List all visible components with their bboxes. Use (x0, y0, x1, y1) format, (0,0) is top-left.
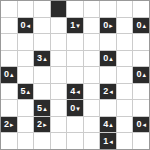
clue-number: 0 (4, 70, 9, 79)
cell-r7c7[interactable] (117, 117, 133, 133)
clue-arrow-u-icon: ▴ (142, 71, 146, 78)
clue-number: 0 (136, 21, 141, 30)
cell-r2c6[interactable] (100, 34, 116, 50)
clue-number: 5 (37, 104, 42, 113)
cell-r5c0[interactable] (1, 84, 17, 100)
cell-r8c0[interactable] (1, 133, 17, 149)
cell-r0c7[interactable] (117, 1, 133, 17)
cell-r0c8[interactable] (133, 1, 149, 17)
clue-number: 1 (70, 21, 75, 30)
cell-r8c4[interactable] (67, 133, 83, 149)
cell-r4c3[interactable] (51, 67, 67, 83)
clue-arrow-l-icon: ◂ (109, 88, 113, 95)
clue-number: 0 (103, 21, 108, 30)
clue-cell-r7c2: 2▸ (34, 117, 50, 133)
clue-arrow-u-icon: ▴ (43, 105, 47, 112)
cell-r3c5[interactable] (84, 51, 100, 67)
cell-r1c5[interactable] (84, 18, 100, 34)
cell-r6c5[interactable] (84, 100, 100, 116)
cell-r4c7[interactable] (117, 67, 133, 83)
cell-r6c3[interactable] (51, 100, 67, 116)
cell-r6c8[interactable] (133, 100, 149, 116)
cell-r3c7[interactable] (117, 51, 133, 67)
clue-arrow-r-icon: ▸ (10, 121, 14, 128)
cell-r0c6[interactable] (100, 1, 116, 17)
clue-arrow-u-icon: ▴ (109, 121, 113, 128)
clue-number: 1 (103, 137, 108, 146)
clue-cell-r1c4: 1▾ (67, 18, 83, 34)
clue-cell-r1c8: 0▴ (133, 18, 149, 34)
cell-r4c6[interactable] (100, 67, 116, 83)
cell-r1c7[interactable] (117, 18, 133, 34)
cell-r5c8[interactable] (133, 84, 149, 100)
cell-r3c1[interactable] (18, 51, 34, 67)
clue-number: 0 (136, 70, 141, 79)
clue-number: 4 (70, 87, 75, 96)
cell-r1c2[interactable] (34, 18, 50, 34)
clue-cell-r5c1: 5▴ (18, 84, 34, 100)
cell-r4c2[interactable] (34, 67, 50, 83)
cell-r5c7[interactable] (117, 84, 133, 100)
clue-arrow-u-icon: ▴ (142, 22, 146, 29)
clue-number: 0 (21, 21, 26, 30)
clue-number: 0 (103, 54, 108, 63)
cell-r5c5[interactable] (84, 84, 100, 100)
clue-cell-r3c6: 0▴ (100, 51, 116, 67)
cell-r7c3[interactable] (51, 117, 67, 133)
cell-r3c4[interactable] (67, 51, 83, 67)
clue-number: 0 (70, 104, 75, 113)
cell-r0c0[interactable] (1, 1, 17, 17)
clue-number: 0 (136, 120, 141, 129)
clue-number: 5 (21, 87, 26, 96)
clue-arrow-l-icon: ◂ (76, 88, 80, 95)
clue-arrow-r-icon: ▸ (43, 121, 47, 128)
clue-cell-r5c6: 2◂ (100, 84, 116, 100)
cell-r2c5[interactable] (84, 34, 100, 50)
clue-cell-r6c4: 0▾ (67, 100, 83, 116)
clue-number: 2 (4, 120, 9, 129)
cell-r6c6[interactable] (100, 100, 116, 116)
cell-r7c1[interactable] (18, 117, 34, 133)
clue-cell-r1c6: 0▸ (100, 18, 116, 34)
black-cell-r0c3 (51, 1, 67, 17)
cell-r8c8[interactable] (133, 133, 149, 149)
clue-cell-r7c6: 4▴ (100, 117, 116, 133)
cell-r1c3[interactable] (51, 18, 67, 34)
cell-r5c3[interactable] (51, 84, 67, 100)
cell-r7c4[interactable] (67, 117, 83, 133)
clue-arrow-u-icon: ▴ (10, 71, 14, 78)
cell-r0c1[interactable] (18, 1, 34, 17)
cell-r3c3[interactable] (51, 51, 67, 67)
clue-arrow-d-icon: ▾ (76, 105, 80, 112)
clue-arrow-d-icon: ▾ (76, 22, 80, 29)
clue-arrow-u-icon: ▴ (27, 88, 31, 95)
clue-cell-r4c0: 0▴ (1, 67, 17, 83)
cell-r6c1[interactable] (18, 100, 34, 116)
clue-arrow-u-icon: ▴ (109, 55, 113, 62)
clue-cell-r7c0: 2▸ (1, 117, 17, 133)
clue-cell-r3c2: 3▴ (34, 51, 50, 67)
cell-r2c3[interactable] (51, 34, 67, 50)
cell-r6c7[interactable] (117, 100, 133, 116)
clue-cell-r5c4: 4◂ (67, 84, 83, 100)
clue-number: 2 (103, 87, 108, 96)
cell-r4c4[interactable] (67, 67, 83, 83)
cell-r2c1[interactable] (18, 34, 34, 50)
cell-r8c2[interactable] (34, 133, 50, 149)
cell-r3c8[interactable] (133, 51, 149, 67)
cell-r4c5[interactable] (84, 67, 100, 83)
cell-r0c2[interactable] (34, 1, 50, 17)
cell-r8c5[interactable] (84, 133, 100, 149)
clue-cell-r1c1: 0◂ (18, 18, 34, 34)
clue-cell-r6c2: 5▴ (34, 100, 50, 116)
clue-number: 2 (37, 120, 42, 129)
cell-r2c7[interactable] (117, 34, 133, 50)
cell-r8c3[interactable] (51, 133, 67, 149)
cell-r6c0[interactable] (1, 100, 17, 116)
clue-arrow-l-icon: ◂ (27, 22, 31, 29)
clue-arrow-l-icon: ◂ (109, 138, 113, 145)
cell-r4c1[interactable] (18, 67, 34, 83)
clue-arrow-l-icon: ◂ (142, 121, 146, 128)
clue-number: 3 (37, 54, 42, 63)
cell-r8c7[interactable] (117, 133, 133, 149)
clue-cell-r8c6: 1◂ (100, 133, 116, 149)
cell-r3c0[interactable] (1, 51, 17, 67)
clue-number: 4 (103, 120, 108, 129)
yajilin-board: 0◂1▾0▸0▴3▴0▴0▴0▴5▴4◂2◂5▴0▾2▸2▸4▴0◂1◂ (0, 0, 150, 150)
clue-cell-r7c8: 0◂ (133, 117, 149, 133)
cell-r8c1[interactable] (18, 133, 34, 149)
cell-r0c4[interactable] (67, 1, 83, 17)
cell-r0c5[interactable] (84, 1, 100, 17)
cell-r1c0[interactable] (1, 18, 17, 34)
clue-cell-r4c8: 0▴ (133, 67, 149, 83)
clue-arrow-r-icon: ▸ (109, 22, 113, 29)
cell-r2c8[interactable] (133, 34, 149, 50)
cell-r2c0[interactable] (1, 34, 17, 50)
cell-r5c2[interactable] (34, 84, 50, 100)
cell-r2c2[interactable] (34, 34, 50, 50)
clue-arrow-u-icon: ▴ (43, 55, 47, 62)
cell-r2c4[interactable] (67, 34, 83, 50)
cell-r7c5[interactable] (84, 117, 100, 133)
